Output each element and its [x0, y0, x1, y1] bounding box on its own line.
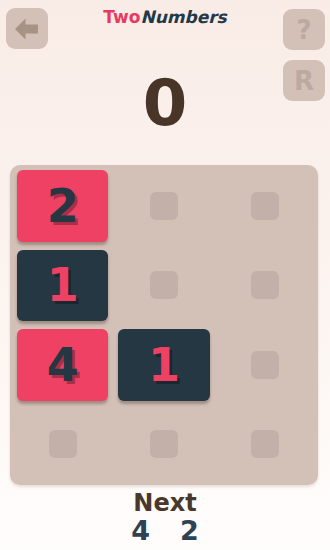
- cell-r3c1[interactable]: [118, 409, 209, 481]
- tile-2-r0c0[interactable]: 2: [17, 170, 108, 242]
- empty-cell-marker: [251, 271, 279, 299]
- next-tile-2: 2: [180, 516, 199, 546]
- cell-r0c2[interactable]: [220, 170, 311, 242]
- back-button[interactable]: [6, 8, 48, 49]
- app-title-numbers: Numbers: [140, 7, 226, 27]
- back-arrow-icon: [13, 16, 41, 42]
- app-title: TwoNumbers: [0, 6, 330, 28]
- tile-1-r1c0[interactable]: 1: [17, 250, 108, 322]
- tile-1-r2c1[interactable]: 1: [118, 329, 209, 401]
- next-values: 4 2: [0, 516, 330, 546]
- tile-4-r2c0[interactable]: 4: [17, 329, 108, 401]
- empty-cell-marker: [150, 271, 178, 299]
- cell-r3c2[interactable]: [220, 409, 311, 481]
- score-value: 0: [0, 68, 330, 138]
- cell-r1c1[interactable]: [118, 250, 209, 322]
- question-mark-icon: ?: [296, 15, 311, 45]
- app-title-two: Two: [103, 7, 140, 27]
- empty-cell-marker: [49, 430, 77, 458]
- cell-r1c2[interactable]: [220, 250, 311, 322]
- empty-cell-marker: [251, 192, 279, 220]
- empty-cell-marker: [251, 351, 279, 379]
- next-tile-1: 4: [131, 516, 150, 546]
- empty-cell-marker: [251, 430, 279, 458]
- cell-r0c1[interactable]: [118, 170, 209, 242]
- next-label: Next: [0, 490, 330, 516]
- board[interactable]: 2141: [10, 165, 318, 485]
- twonumbers-app: TwoNumbers ? R 0 2141 Next 4 2: [0, 0, 330, 550]
- empty-cell-marker: [150, 430, 178, 458]
- empty-cell-marker: [150, 192, 178, 220]
- help-button[interactable]: ?: [283, 9, 325, 50]
- cell-r3c0[interactable]: [17, 409, 108, 481]
- cell-r2c2[interactable]: [220, 329, 311, 401]
